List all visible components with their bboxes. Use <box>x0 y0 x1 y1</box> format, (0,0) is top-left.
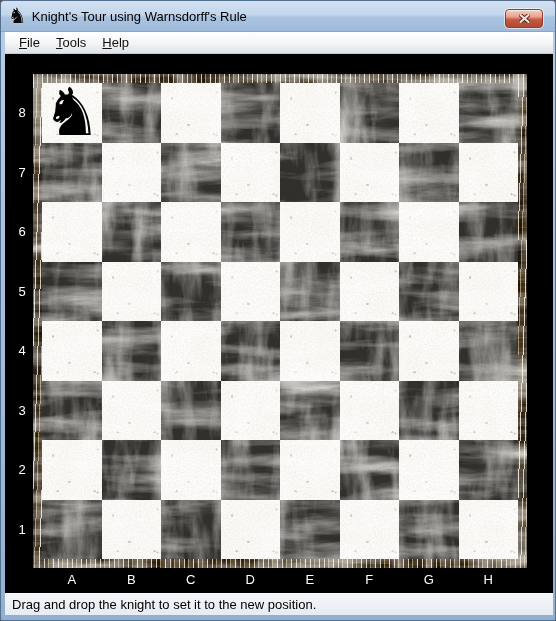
square-e5[interactable] <box>280 262 340 322</box>
close-icon <box>519 14 530 23</box>
square-g8[interactable] <box>399 83 459 143</box>
status-bar: Drag and drop the knight to set it to th… <box>5 593 553 615</box>
rank-label-1: 1 <box>13 500 31 560</box>
square-d8[interactable] <box>221 83 281 143</box>
square-b1[interactable] <box>102 500 162 560</box>
rank-label-8: 8 <box>13 83 31 143</box>
menu-help[interactable]: Help <box>94 33 137 52</box>
square-a6[interactable] <box>42 202 102 262</box>
file-labels: ABCDEFGH <box>42 568 518 590</box>
square-a1[interactable] <box>42 500 102 560</box>
file-label-d: D <box>221 568 281 590</box>
square-a5[interactable] <box>42 262 102 322</box>
square-f7[interactable] <box>340 143 400 203</box>
square-e7[interactable] <box>280 143 340 203</box>
square-c6[interactable] <box>161 202 221 262</box>
board-frame: ♞ <box>33 74 527 568</box>
square-c3[interactable] <box>161 381 221 441</box>
file-label-h: H <box>459 568 519 590</box>
square-c2[interactable] <box>161 440 221 500</box>
square-c4[interactable] <box>161 321 221 381</box>
rank-label-2: 2 <box>13 440 31 500</box>
square-g6[interactable] <box>399 202 459 262</box>
square-g4[interactable] <box>399 321 459 381</box>
square-a8[interactable]: ♞ <box>42 83 102 143</box>
square-b7[interactable] <box>102 143 162 203</box>
square-e2[interactable] <box>280 440 340 500</box>
file-label-a: A <box>42 568 102 590</box>
menu-file[interactable]: File <box>11 33 48 52</box>
menu-bar: FileToolsHelp <box>5 32 553 54</box>
rank-label-7: 7 <box>13 143 31 203</box>
square-a2[interactable] <box>42 440 102 500</box>
square-d5[interactable] <box>221 262 281 322</box>
square-d2[interactable] <box>221 440 281 500</box>
file-label-b: B <box>102 568 162 590</box>
square-c7[interactable] <box>161 143 221 203</box>
square-h5[interactable] <box>459 262 519 322</box>
rank-labels: 87654321 <box>13 83 31 559</box>
square-e6[interactable] <box>280 202 340 262</box>
square-e8[interactable] <box>280 83 340 143</box>
square-f8[interactable] <box>340 83 400 143</box>
status-text: Drag and drop the knight to set it to th… <box>12 597 316 612</box>
square-c8[interactable] <box>161 83 221 143</box>
file-label-f: F <box>340 568 400 590</box>
square-g3[interactable] <box>399 381 459 441</box>
square-h2[interactable] <box>459 440 519 500</box>
square-a3[interactable] <box>42 381 102 441</box>
menu-tools[interactable]: Tools <box>48 33 94 52</box>
square-a4[interactable] <box>42 321 102 381</box>
square-d3[interactable] <box>221 381 281 441</box>
knight-icon: ♞ <box>8 6 27 27</box>
app-window: ♞ Knight's Tour using Warnsdorff's Rule … <box>0 0 556 621</box>
square-b8[interactable] <box>102 83 162 143</box>
rank-label-3: 3 <box>13 381 31 441</box>
square-h8[interactable] <box>459 83 519 143</box>
square-b4[interactable] <box>102 321 162 381</box>
square-b6[interactable] <box>102 202 162 262</box>
square-g5[interactable] <box>399 262 459 322</box>
square-g1[interactable] <box>399 500 459 560</box>
square-f3[interactable] <box>340 381 400 441</box>
square-h7[interactable] <box>459 143 519 203</box>
chess-board: ♞ <box>42 83 518 559</box>
file-label-g: G <box>399 568 459 590</box>
square-f2[interactable] <box>340 440 400 500</box>
square-b3[interactable] <box>102 381 162 441</box>
black-knight[interactable]: ♞ <box>42 83 101 142</box>
square-h3[interactable] <box>459 381 519 441</box>
square-h4[interactable] <box>459 321 519 381</box>
rank-label-5: 5 <box>13 262 31 322</box>
file-label-e: E <box>280 568 340 590</box>
board-area: 87654321 ♞ <box>5 54 553 593</box>
square-f4[interactable] <box>340 321 400 381</box>
square-d4[interactable] <box>221 321 281 381</box>
square-c5[interactable] <box>161 262 221 322</box>
square-b5[interactable] <box>102 262 162 322</box>
rank-label-4: 4 <box>13 321 31 381</box>
square-d7[interactable] <box>221 143 281 203</box>
file-label-c: C <box>161 568 221 590</box>
window-title: Knight's Tour using Warnsdorff's Rule <box>32 9 247 24</box>
square-f1[interactable] <box>340 500 400 560</box>
square-a7[interactable] <box>42 143 102 203</box>
square-f5[interactable] <box>340 262 400 322</box>
title-bar: ♞ Knight's Tour using Warnsdorff's Rule <box>1 1 555 32</box>
square-e4[interactable] <box>280 321 340 381</box>
square-c1[interactable] <box>161 500 221 560</box>
square-g2[interactable] <box>399 440 459 500</box>
square-g7[interactable] <box>399 143 459 203</box>
square-h1[interactable] <box>459 500 519 560</box>
square-d6[interactable] <box>221 202 281 262</box>
square-b2[interactable] <box>102 440 162 500</box>
square-f6[interactable] <box>340 202 400 262</box>
square-h6[interactable] <box>459 202 519 262</box>
close-button[interactable] <box>505 9 543 28</box>
rank-label-6: 6 <box>13 202 31 262</box>
square-e1[interactable] <box>280 500 340 560</box>
square-d1[interactable] <box>221 500 281 560</box>
square-e3[interactable] <box>280 381 340 441</box>
